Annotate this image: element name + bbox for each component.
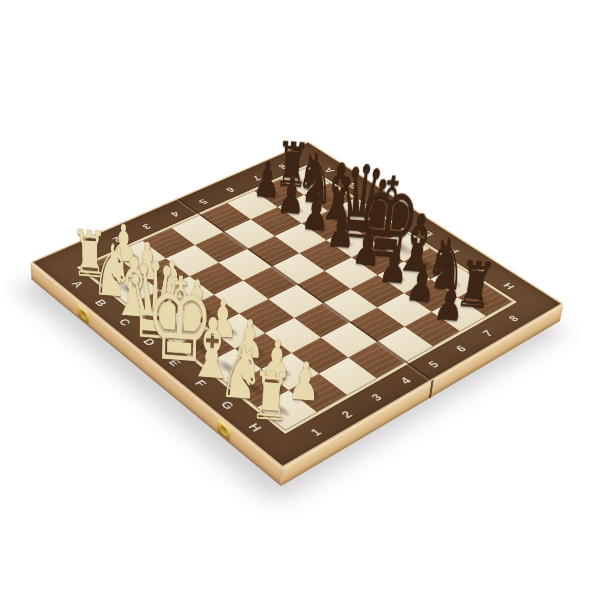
piece-white-rook: ♜ [249, 364, 294, 429]
fold-seam-rim [429, 380, 434, 399]
product-photo: AA11BB22CC33DD44EE55FF66GG77HH88 ♜♞♟♝♟♛♟… [0, 0, 600, 600]
piece-black-pawn: ♟ [431, 277, 468, 328]
chess-board: AA11BB22CC33DD44EE55FF66GG77HH88 ♜♞♟♝♟♛♟… [31, 142, 564, 469]
